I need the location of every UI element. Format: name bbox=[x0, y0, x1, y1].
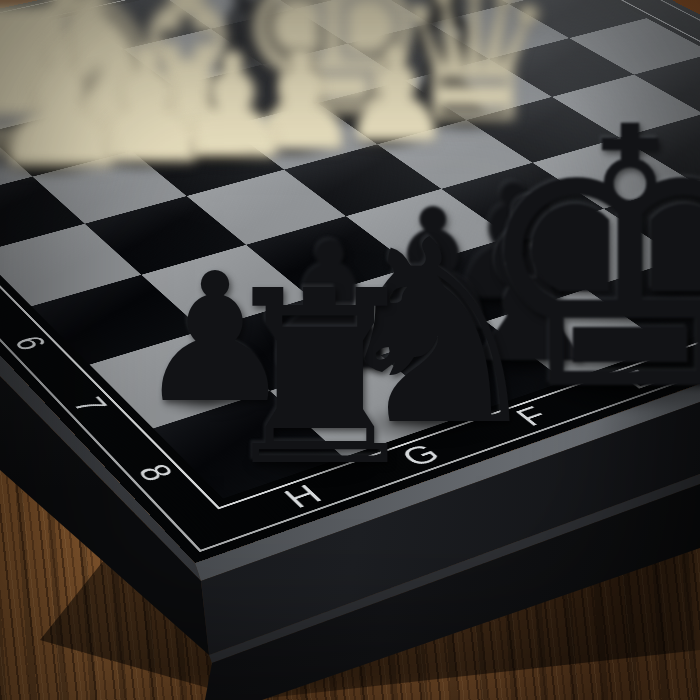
black-rook-h8[interactable]: ♜ bbox=[145, 290, 495, 469]
white-pawn-h2[interactable]: ♟ bbox=[0, 43, 185, 171]
chess-set-photo: HGFEDCBA87654321 ♜♟♞♟♝♟♚♟♜♟♞♟♝♟♞♟♚♟♝♛ bbox=[0, 0, 700, 700]
